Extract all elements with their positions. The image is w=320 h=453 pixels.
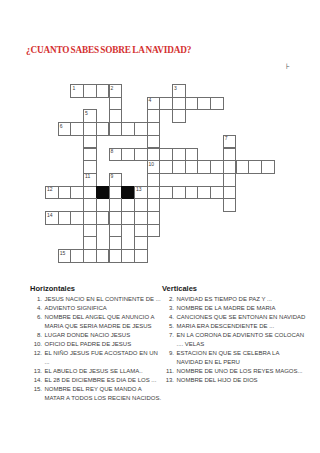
down-header: Verticales	[162, 284, 306, 294]
grid-cell[interactable]	[248, 160, 262, 174]
grid-cell[interactable]	[83, 236, 97, 250]
grid-cell[interactable]	[83, 186, 97, 200]
clue-number: 15.	[30, 385, 42, 403]
clue-number: 14.	[30, 376, 42, 385]
grid-cell[interactable]	[236, 160, 250, 174]
grid-cell[interactable]	[172, 97, 186, 111]
clue-item: 10.OFICIO DEL PADRE DE JESUS	[30, 340, 163, 349]
grid-cell[interactable]	[109, 236, 123, 250]
grid-cell[interactable]	[197, 186, 211, 200]
clue-text: NOMBRE DE UNO DE LOS REYES MAGOS...	[177, 367, 307, 376]
grid-cell[interactable]	[147, 135, 161, 149]
grid-cell[interactable]	[223, 186, 237, 200]
clue-text: OFICIO DEL PADRE DE JESUS	[45, 340, 164, 349]
clue-text: EN LA CORONA DE ADVIENTO SE COLOCAN ....…	[177, 331, 307, 349]
cell-number: 8	[111, 149, 114, 154]
grid-cell[interactable]	[134, 148, 148, 162]
clue-number: 8.	[30, 331, 42, 340]
grid-cell[interactable]	[83, 224, 97, 238]
clue-text: EL NIÑO JESUS FUE ACOSTADO EN UN ...	[45, 349, 164, 367]
page: { "game": "crossword", "title": "¿CUANTO…	[0, 0, 320, 453]
clue-item: 13.EL ABUELO DE JESUS SE LLAMA..	[30, 367, 163, 376]
grid-cell[interactable]	[109, 109, 123, 123]
cell-number: 4	[149, 98, 152, 103]
clue-text: MARIA ERA DESCENDIENTE DE ...	[177, 322, 307, 331]
grid-cell[interactable]	[172, 186, 186, 200]
grid-cell[interactable]	[147, 173, 161, 187]
cell-number: 15	[60, 251, 66, 256]
clue-item: 4.ADVIENTO SIGNIFICA	[30, 304, 163, 313]
cell-number: 13	[136, 187, 142, 192]
grid-cell[interactable]	[121, 211, 135, 225]
clue-item: 9.ESTACION EN QUE SE CELEBRA LA NAVIDAD …	[162, 349, 306, 367]
grid-cell[interactable]	[109, 186, 123, 200]
grid-cell[interactable]	[185, 160, 199, 174]
clue-item: 12.EL NIÑO JESUS FUE ACOSTADO EN UN ...	[30, 349, 163, 367]
grid-cell[interactable]	[134, 236, 148, 250]
grid-cell[interactable]	[121, 122, 135, 136]
grid-cell[interactable]	[185, 186, 199, 200]
cell-number: 11	[85, 174, 90, 179]
clue-number: 7.	[162, 331, 174, 349]
stray-mark: ⊦	[286, 62, 290, 71]
grid-cell[interactable]	[210, 97, 224, 111]
clue-item: 3.NOMBRE DE LA MADRE DE MARIA	[162, 304, 306, 313]
page-title: ¿CUANTO SABES SOBRE LA NAVIDAD?	[26, 43, 191, 55]
grid-cell[interactable]	[70, 122, 84, 136]
grid-cell[interactable]	[96, 249, 110, 263]
cell-number: 12	[47, 187, 53, 192]
clue-number: 9.	[162, 349, 174, 367]
clue-text: NOMBRE DEL REY QUE MANDO A MATAR A TODOS…	[45, 385, 164, 403]
grid-cell[interactable]	[147, 122, 161, 136]
grid-cell[interactable]	[147, 186, 161, 200]
clue-number: 4.	[162, 313, 174, 322]
clue-number: 1.	[30, 295, 42, 304]
clue-item: 4.CANCIONES QUE SE ENTONAN EN NAVIDAD	[162, 313, 306, 322]
clue-text: NAVIDAD ES TIEMPO DE PAZ Y ...	[177, 295, 307, 304]
across-header: Horizontales	[30, 284, 163, 294]
grid-cell[interactable]	[172, 148, 186, 162]
grid-cell[interactable]	[109, 198, 123, 212]
grid-cell[interactable]	[223, 160, 237, 174]
grid-cell[interactable]	[83, 160, 97, 174]
grid-cell[interactable]	[210, 186, 224, 200]
grid-cell[interactable]	[58, 211, 72, 225]
grid-cell[interactable]	[70, 186, 84, 200]
clue-item: 1.JESUS NACIO EN EL CONTINENTE DE ...	[30, 295, 163, 304]
cell-number: 2	[111, 86, 114, 91]
grid-cell[interactable]	[96, 84, 110, 98]
grid-cell[interactable]	[172, 109, 186, 123]
crossword-grid: 123456781091112131415	[45, 84, 276, 264]
grid-cell[interactable]	[58, 186, 72, 200]
clue-item: 6.NOMBRE DEL ANGEL QUE ANUNCIO A MARIA Q…	[30, 313, 163, 331]
grid-cell[interactable]	[147, 198, 161, 212]
grid-cell[interactable]	[159, 160, 173, 174]
clue-number: 5.	[162, 322, 174, 331]
grid-cell[interactable]	[109, 122, 123, 136]
grid-cell[interactable]	[70, 211, 84, 225]
across-clues-section: Horizontales 1.JESUS NACIO EN EL CONTINE…	[30, 284, 163, 403]
clue-item: 5.MARIA ERA DESCENDIENTE DE ...	[162, 322, 306, 331]
clue-number: 12.	[30, 349, 42, 367]
clue-item: 15.NOMBRE DEL REY QUE MANDO A MATAR A TO…	[30, 385, 163, 403]
grid-cell[interactable]	[121, 148, 135, 162]
grid-cell[interactable]	[121, 249, 135, 263]
clue-item: 13.NOMBRE DEL HIJO DE DIOS	[162, 376, 306, 385]
clue-number: 3.	[162, 304, 174, 313]
grid-cell[interactable]	[134, 249, 148, 263]
grid-cell[interactable]	[83, 211, 97, 225]
grid-cell[interactable]	[83, 249, 97, 263]
grid-cell[interactable]	[109, 224, 123, 238]
cell-number: 5	[85, 111, 88, 116]
clue-text: EL ABUELO DE JESUS SE LLAMA..	[45, 367, 164, 376]
clue-number: 6.	[30, 313, 42, 331]
clue-text: ADVIENTO SIGNIFICA	[45, 304, 164, 313]
cell-number: 10	[149, 162, 155, 167]
clue-item: 7.EN LA CORONA DE ADVIENTO SE COLOCAN ..…	[162, 331, 306, 349]
down-clues-list: 2.NAVIDAD ES TIEMPO DE PAZ Y ...3.NOMBRE…	[162, 295, 306, 385]
cell-number: 1	[72, 86, 75, 91]
clue-number: 4.	[30, 304, 42, 313]
clue-item: 14.EL 28 DE DICIEMBRE ES DIA DE LOS ...	[30, 376, 163, 385]
grid-cell[interactable]	[70, 249, 84, 263]
clue-number: 11.	[162, 367, 174, 376]
grid-cell[interactable]	[83, 148, 97, 162]
clue-item: 2.NAVIDAD ES TIEMPO DE PAZ Y ...	[162, 295, 306, 304]
grid-cell[interactable]	[159, 97, 173, 111]
grid-cell[interactable]	[134, 224, 148, 238]
grid-cell[interactable]	[96, 211, 110, 225]
black-cell	[121, 186, 135, 200]
grid-cell[interactable]	[83, 135, 97, 149]
grid-cell[interactable]	[134, 211, 148, 225]
grid-cell[interactable]	[147, 109, 161, 123]
grid-cell[interactable]	[223, 148, 237, 162]
grid-cell[interactable]	[83, 198, 97, 212]
cell-number: 7	[225, 136, 228, 141]
clue-text: NOMBRE DE LA MADRE DE MARIA	[177, 304, 307, 313]
grid-cell[interactable]	[96, 122, 110, 136]
grid-cell[interactable]	[109, 249, 123, 263]
grid-cell[interactable]	[83, 122, 97, 136]
clue-text: JESUS NACIO EN EL CONTINENTE DE ...	[45, 295, 164, 304]
grid-cell[interactable]	[83, 84, 97, 98]
cell-number: 3	[174, 86, 177, 91]
cell-number: 14	[47, 213, 53, 218]
grid-cell[interactable]	[185, 97, 199, 111]
grid-cell[interactable]	[109, 97, 123, 111]
grid-cell[interactable]	[197, 97, 211, 111]
cell-number: 6	[60, 124, 63, 129]
grid-cell[interactable]	[134, 198, 148, 212]
clue-text: EL 28 DE DICIEMBRE ES DIA DE LOS ...	[45, 376, 164, 385]
clue-text: CANCIONES QUE SE ENTONAN EN NAVIDAD	[177, 313, 307, 322]
grid-cell[interactable]	[261, 160, 275, 174]
grid-cell[interactable]	[109, 211, 123, 225]
grid-cell[interactable]	[223, 173, 237, 187]
clue-item: 8.LUGAR DONDE NACIO JESUS	[30, 331, 163, 340]
grid-cell[interactable]	[147, 148, 161, 162]
clue-text: NOMBRE DEL ANGEL QUE ANUNCIO A MARIA QUE…	[45, 313, 164, 331]
across-clues-list: 1.JESUS NACIO EN EL CONTINENTE DE ...4.A…	[30, 295, 163, 403]
grid-cell[interactable]	[185, 148, 199, 162]
grid-cell[interactable]	[159, 148, 173, 162]
grid-cell[interactable]	[147, 211, 161, 225]
grid-cell[interactable]	[159, 186, 173, 200]
grid-cell[interactable]	[147, 224, 161, 238]
clue-text: NOMBRE DEL HIJO DE DIOS	[177, 376, 307, 385]
clue-text: ESTACION EN QUE SE CELEBRA LA NAVIDAD EN…	[177, 349, 307, 367]
grid-cell[interactable]	[134, 122, 148, 136]
clue-number: 2.	[162, 295, 174, 304]
clue-text: LUGAR DONDE NACIO JESUS	[45, 331, 164, 340]
black-cell	[96, 186, 110, 200]
clue-number: 10.	[30, 340, 42, 349]
grid-cell[interactable]	[197, 160, 211, 174]
grid-cell[interactable]	[223, 198, 237, 212]
grid-cell[interactable]	[172, 160, 186, 174]
clue-number: 13.	[30, 367, 42, 376]
down-clues-section: Verticales 2.NAVIDAD ES TIEMPO DE PAZ Y …	[162, 284, 306, 385]
grid-cell[interactable]	[210, 160, 224, 174]
cell-number: 9	[111, 174, 114, 179]
clue-item: 11.NOMBRE DE UNO DE LOS REYES MAGOS...	[162, 367, 306, 376]
clue-number: 13.	[162, 376, 174, 385]
